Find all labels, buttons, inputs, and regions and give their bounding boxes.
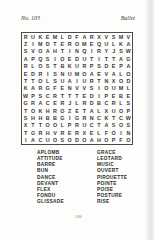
grid-cell-r2c7: R [66,40,73,47]
grid-cell-r7c3: O [37,77,44,84]
grid-cell-r9c1: W [22,92,29,99]
grid-cell-r5c8: U [73,63,80,70]
grid-cell-r6c14: L [117,70,124,77]
grid-cell-r3c1: S [22,48,29,55]
grid-cell-r7c14: O [117,77,124,84]
grid-cell-r12c4: B [44,114,51,121]
grid-cell-r5c9: R [81,63,88,70]
grid-cell-r1c15: V [125,33,132,40]
grid-cell-r14c3: R [37,129,44,136]
grid-cell-r4c9: U [81,55,88,62]
grid-cell-r7c13: X [110,77,117,84]
grid-cell-r3c3: O [37,48,44,55]
grid-cell-r10c12: C [103,100,110,107]
page-footer: 108 [0,214,156,219]
grid-cell-r2c10: E [88,40,95,47]
grid-cell-r3c8: N [73,48,80,55]
grid-cell-r3c11: R [95,48,102,55]
grid-cell-r9c4: C [44,92,51,99]
grid-cell-r1c12: V [103,33,110,40]
grid-cell-r1c4: E [44,33,51,40]
grid-cell-r10c1: G [22,100,29,107]
grid-cell-r2c15: A [125,40,132,47]
grid-cell-r3c14: S [117,48,124,55]
grid-cell-r12c11: C [95,114,102,121]
grid-cell-r7c11: T [95,77,102,84]
grid-cell-r10c15: S [125,100,132,107]
grid-cell-r2c3: M [37,40,44,47]
grid-cell-r11c5: R [51,107,58,114]
grid-cell-r15c14: F [117,137,124,144]
grid-cell-r12c5: B [51,114,58,121]
grid-cell-r1c11: X [95,33,102,40]
word-list-left: APLOMBATTITUDEBARREBUNDANCEDEVANTFLEXFON… [37,150,64,205]
grid-cell-r3c6: T [59,48,66,55]
grid-cell-r3c4: A [44,48,51,55]
grid-cell-r12c15: W [125,114,132,121]
grid-cell-r7c2: T [29,77,36,84]
grid-cell-r11c3: K [37,107,44,114]
grid-cell-r12c7: I [66,114,73,121]
grid-cell-r10c4: C [44,100,51,107]
grid-cell-r15c7: O [66,137,73,144]
grid-cell-r3c15: W [125,48,132,55]
grid-cell-r11c6: O [59,107,66,114]
grid-cell-r1c8: F [73,33,80,40]
grid-cell-r9c10: D [88,92,95,99]
grid-cell-r2c1: Z [22,40,29,47]
grid-cell-r4c2: P [29,55,36,62]
grid-cell-r9c13: E [110,92,117,99]
grid-cell-r7c12: N [103,77,110,84]
grid-cell-r2c13: L [110,40,117,47]
grid-cell-r9c8: T [73,92,80,99]
grid-cell-r14c9: X [81,129,88,136]
grid-cell-r5c4: S [44,63,51,70]
grid-cell-r4c7: E [66,55,73,62]
grid-cell-r2c6: E [59,40,66,47]
grid-cell-r13c15: S [125,122,132,129]
grid-cell-r15c10: A [88,137,95,144]
grid-cell-r3c12: Y [103,48,110,55]
grid-cell-r10c2: R [29,100,36,107]
grid-cell-r15c3: C [37,137,44,144]
grid-cell-r8c14: M [117,85,124,92]
grid-cell-r2c12: U [103,40,110,47]
grid-cell-r9c6: T [59,92,66,99]
grid-cell-r6c2: D [29,70,36,77]
grid-cell-r9c15: E [125,92,132,99]
grid-cell-r10c13: R [110,100,117,107]
grid-cell-r14c2: G [29,129,36,136]
grid-cell-r13c2: T [29,122,36,129]
grid-cell-r1c10: R [88,33,95,40]
grid-cell-r12c8: G [73,114,80,121]
grid-cell-r15c12: O [103,137,110,144]
grid-cell-r2c11: Q [95,40,102,47]
grid-cell-r5c7: K [66,63,73,70]
grid-cell-r4c4: S [44,55,51,62]
grid-cell-r5c2: L [29,63,36,70]
grid-cell-r1c7: D [66,33,73,40]
grid-cell-r15c11: H [95,137,102,144]
grid-cell-r12c12: K [103,114,110,121]
grid-cell-r15c1: I [22,137,29,144]
grid-cell-r6c1: E [22,70,29,77]
grid-cell-r13c1: X [22,122,29,129]
grid-cell-r13c3: T [37,122,44,129]
grid-cell-r9c3: S [37,92,44,99]
puzzle-title: Ballet [121,15,135,21]
grid-cell-r13c12: A [103,122,110,129]
page-number: 108 [75,214,82,219]
grid-cell-r4c6: O [59,55,66,62]
grid-cell-r9c7: T [66,92,73,99]
grid-cell-r2c4: D [44,40,51,47]
grid-cell-r5c5: T [51,63,58,70]
grid-cell-r2c9: M [81,40,88,47]
grid-cell-r1c2: U [29,33,36,40]
grid-cell-r12c13: T [110,114,117,121]
grid-cell-r3c2: V [29,48,36,55]
grid-cell-r5c3: O [37,63,44,70]
grid-cell-r6c4: I [44,70,51,77]
grid-cell-r9c2: P [29,92,36,99]
grid-cell-r12c3: H [37,114,44,121]
grid-cell-r11c12: X [103,107,110,114]
grid-cell-r10c11: B [95,100,102,107]
grid-cell-r12c2: H [29,114,36,121]
grid-cell-r6c9: O [81,70,88,77]
grid-cell-r12c6: G [59,114,66,121]
grid-cell-r4c13: T [110,55,117,62]
grid-cell-r13c10: C [88,122,95,129]
grid-cell-r14c12: F [103,129,110,136]
grid-cell-r9c9: E [81,92,88,99]
grid-cell-r15c5: O [51,137,58,144]
puzzle-number: No. 103 [21,15,40,21]
grid-cell-r12c14: C [117,114,124,121]
grid-cell-r2c2: I [29,40,36,47]
grid-cell-r8c7: N [66,85,73,92]
grid-cell-r14c15: N [125,129,132,136]
grid-cell-r7c5: S [51,77,58,84]
grid-cell-r13c8: R [73,122,80,129]
grid-cell-r10c9: R [81,100,88,107]
grid-cell-r11c11: L [95,107,102,114]
grid-cell-r10c3: A [37,100,44,107]
grid-cell-r10c7: J [66,100,73,107]
grid-cell-r14c7: E [66,129,73,136]
grid-cell-r4c11: I [95,55,102,62]
grid-cell-r3c5: H [51,48,58,55]
grid-cell-r1c5: M [51,33,58,40]
grid-cell-r6c7: U [66,70,73,77]
grid-cell-r8c6: E [59,85,66,92]
grid-cell-r7c10: R [88,77,95,84]
book-page: No. 103 Ballet RUKEMLDFARXVSMVZIMDTEROME… [0,0,156,240]
grid-cell-r11c10: A [88,107,95,114]
grid-cell-r8c5: F [51,85,58,92]
page-edge-shadow [145,0,154,240]
grid-cell-r3c13: J [110,48,117,55]
grid-cell-r4c10: T [88,55,95,62]
grid-cell-r10c14: L [117,100,124,107]
grid-cell-r9c5: R [51,92,58,99]
grid-cell-r12c1: S [22,114,29,121]
grid-cell-r8c1: K [22,85,29,92]
grid-cell-r6c12: V [103,70,110,77]
grid-cell-r8c9: V [81,85,88,92]
puzzle-header: No. 103 Ballet [21,15,135,21]
grid-cell-r1c1: R [22,33,29,40]
grid-cell-r4c3: Q [37,55,44,62]
grid-cell-r12c10: N [88,114,95,121]
word-list-item: PIROUETTE [97,175,127,181]
grid-cell-r14c13: O [110,129,117,136]
grid-cell-r7c4: L [44,77,51,84]
grid-cell-r14c8: R [73,129,80,136]
grid-cell-r15c13: P [110,137,117,144]
grid-cell-r1c3: K [37,33,44,40]
grid-cell-r3c10: I [88,48,95,55]
grid-cell-r13c6: L [59,122,66,129]
grid-cell-r14c11: L [95,129,102,136]
grid-cell-r2c14: K [117,40,124,47]
grid-cell-r5c12: D [103,63,110,70]
word-list-item: RISE [97,199,127,205]
grid-cell-r8c12: O [103,85,110,92]
grid-cell-r9c11: I [95,92,102,99]
grid-cell-r5c14: P [117,63,124,70]
grid-cell-r11c1: T [22,107,29,114]
word-list-right: GRACELEOTARDMUSICOUVERTPIROUETTEPOINTEPO… [97,150,127,205]
grid-cell-r8c11: I [95,85,102,92]
grid-cell-r3c9: Q [81,48,88,55]
grid-cell-r7c15: D [125,77,132,84]
grid-cell-r14c1: T [22,129,29,136]
grid-cell-r15c6: S [59,137,66,144]
grid-cell-r2c8: O [73,40,80,47]
grid-cell-r7c7: A [66,77,73,84]
grid-cell-r11c9: T [81,107,88,114]
grid-cell-r15c8: D [73,137,80,144]
grid-cell-r5c13: E [110,63,117,70]
grid-cell-r10c10: D [88,100,95,107]
grid-cell-r13c5: O [51,122,58,129]
grid-cell-r8c2: A [29,85,36,92]
word-search-grid: RUKEMLDFARXVSMVZIMDTEROMEQULKASVOAHTINQI… [21,32,133,145]
grid-cell-r15c15: O [125,137,132,144]
grid-cell-r11c13: U [110,107,117,114]
grid-cell-r1c14: M [117,33,124,40]
grid-cell-r5c15: A [125,63,132,70]
grid-cell-r8c3: R [37,85,44,92]
grid-cell-r13c4: O [44,122,51,129]
grid-cell-r15c9: O [81,137,88,144]
grid-cell-r6c8: M [73,70,80,77]
grid-cell-r5c6: B [59,63,66,70]
grid-cell-r4c12: T [103,55,110,62]
grid-cell-r13c14: O [117,122,124,129]
grid-cell-r11c2: O [29,107,36,114]
word-list-item: GLISSADE [37,199,64,205]
grid-cell-r10c8: L [73,100,80,107]
grid-cell-r6c10: A [88,70,95,77]
grid-cell-r8c13: U [110,85,117,92]
grid-cell-r12c9: R [81,114,88,121]
grid-cell-r11c4: H [44,107,51,114]
grid-cell-r5c1: R [22,63,29,70]
grid-cell-r2c5: T [51,40,58,47]
grid-cell-r11c14: O [117,107,124,114]
grid-cell-r14c4: H [44,129,51,136]
grid-cell-r9c14: B [117,92,124,99]
grid-cell-r6c11: E [95,70,102,77]
grid-cell-r1c13: S [110,33,117,40]
grid-cell-r9c12: P [103,92,110,99]
grid-cell-r11c8: E [73,107,80,114]
grid-cell-r8c10: S [88,85,95,92]
grid-cell-r6c13: A [110,70,117,77]
grid-cell-r5c10: P [88,63,95,70]
grid-cell-r8c4: G [44,85,51,92]
grid-cell-r6c5: S [51,70,58,77]
grid-cell-r10c5: E [51,100,58,107]
grid-cell-r4c8: D [73,55,80,62]
grid-cell-r11c7: Z [66,107,73,114]
grid-cell-r4c1: A [22,55,29,62]
grid-cell-r15c2: A [29,137,36,144]
grid-cell-r14c6: R [59,129,66,136]
grid-cell-r13c13: S [110,122,117,129]
grid-cell-r14c14: I [117,129,124,136]
grid-cell-r15c4: U [44,137,51,144]
grid-cell-r4c15: G [125,55,132,62]
grid-cell-r1c6: L [59,33,66,40]
grid-cell-r6c15: O [125,70,132,77]
grid-cell-r6c6: N [59,70,66,77]
grid-cell-r4c14: A [117,55,124,62]
grid-cell-r7c6: U [59,77,66,84]
grid-cell-r13c11: T [95,122,102,129]
grid-cell-r11c15: P [125,107,132,114]
grid-cell-r14c10: E [88,129,95,136]
grid-cell-r3c7: I [66,48,73,55]
grid-cell-r7c9: U [81,77,88,84]
grid-cell-r8c15: L [125,85,132,92]
grid-cell-r4c5: I [51,55,58,62]
grid-cell-r7c1: T [22,77,29,84]
grid-cell-r8c8: V [73,85,80,92]
grid-cell-r10c6: R [59,100,66,107]
grid-cell-r13c7: P [66,122,73,129]
grid-cell-r14c5: V [51,129,58,136]
grid-cell-r5c11: S [95,63,102,70]
grid-cell-r1c9: A [81,33,88,40]
grid-cell-r6c3: R [37,70,44,77]
grid-cell-r13c9: U [81,122,88,129]
grid-cell-r7c8: I [73,77,80,84]
